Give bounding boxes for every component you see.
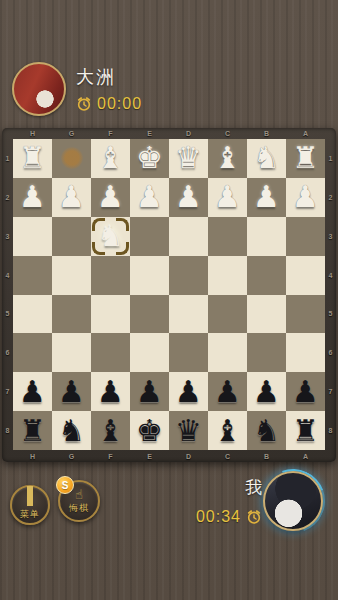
square-c8[interactable]: ♝: [208, 411, 247, 450]
board-squares: ♜♝♚♛♝♞♜♟♟♟♟♟♟♟♟♞♟♟♟♟♟♟♟♟♜♞♝♚♛♝♞♜: [13, 139, 325, 450]
piece-black-pawn: ♟: [58, 377, 85, 407]
piece-black-knight: ♞: [253, 416, 280, 446]
file-label-bottom-F: F: [91, 450, 130, 462]
square-f7[interactable]: ♟: [91, 372, 130, 411]
square-f3[interactable]: ♞: [91, 217, 130, 256]
square-f5[interactable]: [91, 295, 130, 334]
square-d6[interactable]: [169, 333, 208, 372]
square-d1[interactable]: ♛: [169, 139, 208, 178]
my-avatar[interactable]: [263, 471, 323, 531]
file-labels-bottom: HGFEDCBA: [13, 450, 325, 462]
square-a5[interactable]: [286, 295, 325, 334]
piece-black-bishop: ♝: [214, 416, 241, 446]
piece-white-rook: ♜: [19, 143, 46, 173]
square-h2[interactable]: ♟: [13, 178, 52, 217]
square-h3[interactable]: [13, 217, 52, 256]
rank-label-left-1: 1: [2, 139, 13, 178]
square-d8[interactable]: ♛: [169, 411, 208, 450]
square-a3[interactable]: [286, 217, 325, 256]
rank-label-left-4: 4: [2, 256, 13, 295]
my-timer-value: 00:34: [196, 508, 241, 526]
square-b7[interactable]: ♟: [247, 372, 286, 411]
rank-labels-left: 12345678: [2, 139, 13, 450]
file-label-top-F: F: [91, 128, 130, 139]
piece-white-queen: ♛: [175, 143, 202, 173]
piece-white-bishop: ♝: [97, 143, 124, 173]
chess-board: HGFEDCBA 12345678 12345678 HGFEDCBA ♜♝♚♛…: [2, 128, 336, 462]
square-e8[interactable]: ♚: [130, 411, 169, 450]
rank-label-left-8: 8: [2, 411, 13, 450]
rank-label-right-3: 3: [325, 217, 336, 256]
chess-app-screen: 大洲 00:00 HGFEDCBA 12345678 12345678 HGFE…: [0, 0, 338, 600]
square-d4[interactable]: [169, 256, 208, 295]
square-b5[interactable]: [247, 295, 286, 334]
square-f2[interactable]: ♟: [91, 178, 130, 217]
square-g8[interactable]: ♞: [52, 411, 91, 450]
coin-badge: S: [56, 476, 74, 494]
alarm-clock-icon: [76, 96, 92, 112]
square-g2[interactable]: ♟: [52, 178, 91, 217]
piece-white-pawn: ♟: [136, 182, 163, 212]
file-label-top-C: C: [208, 128, 247, 139]
square-f8[interactable]: ♝: [91, 411, 130, 450]
square-c7[interactable]: ♟: [208, 372, 247, 411]
undo-button-label: 悔棋: [69, 502, 89, 515]
square-a2[interactable]: ♟: [286, 178, 325, 217]
piece-white-rook: ♜: [292, 143, 319, 173]
square-h4[interactable]: [13, 256, 52, 295]
square-e6[interactable]: [130, 333, 169, 372]
square-h5[interactable]: [13, 295, 52, 334]
square-g7[interactable]: ♟: [52, 372, 91, 411]
piece-white-pawn: ♟: [214, 182, 241, 212]
square-b1[interactable]: ♞: [247, 139, 286, 178]
square-e7[interactable]: ♟: [130, 372, 169, 411]
rank-label-left-7: 7: [2, 372, 13, 411]
piece-white-knight: ♞: [253, 143, 280, 173]
square-a8[interactable]: ♜: [286, 411, 325, 450]
piece-black-king: ♚: [136, 416, 163, 446]
square-e5[interactable]: [130, 295, 169, 334]
piece-black-pawn: ♟: [136, 377, 163, 407]
square-e3[interactable]: [130, 217, 169, 256]
rank-label-left-5: 5: [2, 295, 13, 334]
square-g1[interactable]: [52, 139, 91, 178]
square-g5[interactable]: [52, 295, 91, 334]
square-g3[interactable]: [52, 217, 91, 256]
square-c1[interactable]: ♝: [208, 139, 247, 178]
piece-white-pawn: ♟: [253, 182, 280, 212]
piece-white-king: ♚: [136, 143, 163, 173]
square-h6[interactable]: [13, 333, 52, 372]
square-a7[interactable]: ♟: [286, 372, 325, 411]
piece-black-pawn: ♟: [97, 377, 124, 407]
square-a6[interactable]: [286, 333, 325, 372]
piece-black-pawn: ♟: [19, 377, 46, 407]
opponent-timer-value: 00:00: [97, 95, 142, 113]
square-d2[interactable]: ♟: [169, 178, 208, 217]
opponent-avatar[interactable]: [12, 62, 66, 116]
undo-move-button[interactable]: S ☝ 悔棋: [58, 480, 100, 522]
piece-black-pawn: ♟: [292, 377, 319, 407]
opponent-timer: 00:00: [76, 95, 142, 113]
double-chevron-up-icon: [27, 489, 33, 507]
file-label-bottom-C: C: [208, 450, 247, 462]
square-h7[interactable]: ♟: [13, 372, 52, 411]
rank-label-right-1: 1: [325, 139, 336, 178]
my-timer: 00:34: [196, 508, 262, 526]
rank-label-right-2: 2: [325, 178, 336, 217]
file-label-bottom-G: G: [52, 450, 91, 462]
last-move-origin-dot: [61, 147, 83, 169]
square-b2[interactable]: ♟: [247, 178, 286, 217]
square-b3[interactable]: [247, 217, 286, 256]
rank-label-right-8: 8: [325, 411, 336, 450]
piece-black-rook: ♜: [19, 416, 46, 446]
last-move-highlight-corner: [92, 242, 105, 255]
rank-label-left-2: 2: [2, 178, 13, 217]
square-b8[interactable]: ♞: [247, 411, 286, 450]
file-labels-top: HGFEDCBA: [13, 128, 325, 139]
piece-white-pawn: ♟: [292, 182, 319, 212]
file-label-top-H: H: [13, 128, 52, 139]
square-c6[interactable]: [208, 333, 247, 372]
file-label-bottom-D: D: [169, 450, 208, 462]
rank-label-right-6: 6: [325, 333, 336, 372]
rank-label-right-5: 5: [325, 295, 336, 334]
file-label-bottom-A: A: [286, 450, 325, 462]
square-a1[interactable]: ♜: [286, 139, 325, 178]
rank-label-right-7: 7: [325, 372, 336, 411]
square-d7[interactable]: ♟: [169, 372, 208, 411]
square-c2[interactable]: ♟: [208, 178, 247, 217]
square-e1[interactable]: ♚: [130, 139, 169, 178]
square-f6[interactable]: [91, 333, 130, 372]
piece-black-pawn: ♟: [253, 377, 280, 407]
opponent-name: 大洲: [76, 65, 142, 89]
square-d5[interactable]: [169, 295, 208, 334]
square-b6[interactable]: [247, 333, 286, 372]
piece-white-pawn: ♟: [58, 182, 85, 212]
rank-label-left-6: 6: [2, 333, 13, 372]
alarm-clock-icon: [246, 509, 262, 525]
square-c3[interactable]: [208, 217, 247, 256]
file-label-top-A: A: [286, 128, 325, 139]
piece-white-pawn: ♟: [19, 182, 46, 212]
file-label-bottom-H: H: [13, 450, 52, 462]
square-h8[interactable]: ♜: [13, 411, 52, 450]
piece-black-knight: ♞: [58, 416, 85, 446]
piece-white-bishop: ♝: [214, 143, 241, 173]
opponent-panel: 大洲 00:00: [12, 62, 142, 116]
file-label-top-D: D: [169, 128, 208, 139]
piece-white-pawn: ♟: [175, 182, 202, 212]
piece-black-bishop: ♝: [97, 416, 124, 446]
piece-black-pawn: ♟: [214, 377, 241, 407]
file-label-top-B: B: [247, 128, 286, 139]
pointing-hand-icon: ☝: [75, 488, 83, 501]
rank-labels-right: 12345678: [325, 139, 336, 450]
menu-button-label: 菜单: [20, 508, 40, 521]
square-d3[interactable]: [169, 217, 208, 256]
square-b4[interactable]: [247, 256, 286, 295]
opponent-info: 大洲 00:00: [76, 65, 142, 113]
piece-black-rook: ♜: [292, 416, 319, 446]
last-move-highlight-corner: [92, 218, 105, 231]
square-e2[interactable]: ♟: [130, 178, 169, 217]
square-c5[interactable]: [208, 295, 247, 334]
square-g6[interactable]: [52, 333, 91, 372]
square-a4[interactable]: [286, 256, 325, 295]
square-e4[interactable]: [130, 256, 169, 295]
piece-black-queen: ♛: [175, 416, 202, 446]
rank-label-right-4: 4: [325, 256, 336, 295]
menu-button[interactable]: 菜单: [10, 485, 50, 525]
square-f4[interactable]: [91, 256, 130, 295]
rank-label-left-3: 3: [2, 217, 13, 256]
piece-white-pawn: ♟: [97, 182, 124, 212]
square-c4[interactable]: [208, 256, 247, 295]
file-label-top-E: E: [130, 128, 169, 139]
square-h1[interactable]: ♜: [13, 139, 52, 178]
last-move-highlight-corner: [116, 242, 129, 255]
piece-black-pawn: ♟: [175, 377, 202, 407]
my-player-name: 我: [245, 476, 262, 499]
file-label-bottom-B: B: [247, 450, 286, 462]
square-g4[interactable]: [52, 256, 91, 295]
file-label-bottom-E: E: [130, 450, 169, 462]
square-f1[interactable]: ♝: [91, 139, 130, 178]
file-label-top-G: G: [52, 128, 91, 139]
last-move-highlight-corner: [116, 218, 129, 231]
